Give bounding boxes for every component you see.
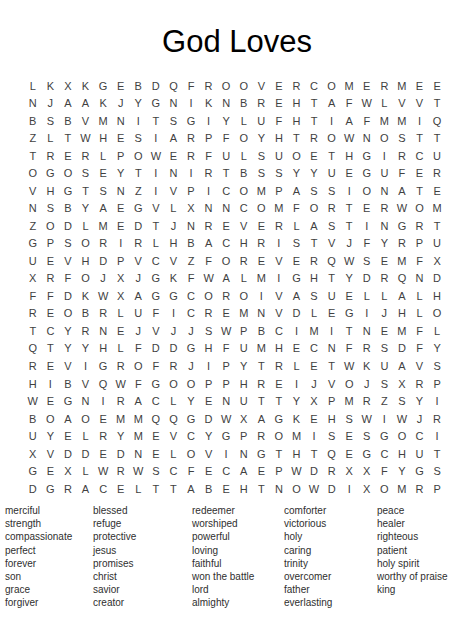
grid-cell: Y bbox=[200, 427, 218, 445]
grid-cell: I bbox=[323, 322, 341, 340]
grid-cell: G bbox=[94, 357, 112, 375]
word-list-item: faithful bbox=[192, 557, 254, 570]
grid-cell: E bbox=[94, 410, 112, 428]
word-list-item: redeemer bbox=[192, 504, 254, 517]
grid-cell: W bbox=[288, 462, 306, 480]
grid-cell: D bbox=[305, 462, 323, 480]
grid-cell: O bbox=[376, 480, 394, 498]
grid-cell: V bbox=[42, 445, 60, 463]
grid-cell: Y bbox=[129, 95, 147, 113]
grid-cell: E bbox=[305, 147, 323, 165]
grid-cell: O bbox=[42, 410, 60, 428]
grid-cell: T bbox=[411, 130, 429, 148]
grid-cell: B bbox=[129, 77, 147, 95]
grid-cell: Y bbox=[376, 235, 394, 253]
grid-cell: X bbox=[358, 480, 376, 498]
grid-cell: D bbox=[428, 270, 446, 288]
grid-cell: H bbox=[288, 112, 306, 130]
grid-cell: G bbox=[42, 480, 60, 498]
grid-cell: M bbox=[340, 77, 358, 95]
grid-cell: G bbox=[24, 235, 42, 253]
grid-cell: R bbox=[305, 130, 323, 148]
grid-cell: S bbox=[253, 165, 271, 183]
word-list-item: strength bbox=[5, 517, 72, 530]
grid-cell: P bbox=[428, 375, 446, 393]
grid-cell: W bbox=[217, 322, 235, 340]
grid-cell: O bbox=[200, 287, 218, 305]
grid-cell: L bbox=[235, 270, 253, 288]
grid-cell: L bbox=[94, 147, 112, 165]
grid-cell: C bbox=[305, 77, 323, 95]
grid-cell: A bbox=[77, 480, 95, 498]
grid-cell: M bbox=[94, 112, 112, 130]
grid-cell: L bbox=[288, 217, 306, 235]
grid-cell: W bbox=[358, 95, 376, 113]
grid-cell: E bbox=[376, 252, 394, 270]
word-list-item: christ bbox=[93, 570, 136, 583]
grid-cell: I bbox=[376, 410, 394, 428]
grid-cell: R bbox=[112, 462, 130, 480]
grid-cell: E bbox=[165, 147, 183, 165]
grid-cell: D bbox=[129, 217, 147, 235]
grid-cell: H bbox=[393, 305, 411, 323]
grid-cell: Y bbox=[253, 130, 271, 148]
grid-cell: T bbox=[323, 270, 341, 288]
grid-cell: G bbox=[340, 305, 358, 323]
grid-cell: C bbox=[94, 480, 112, 498]
grid-cell: J bbox=[411, 410, 429, 428]
grid-cell: N bbox=[129, 445, 147, 463]
grid-cell: V bbox=[411, 95, 429, 113]
grid-cell: B bbox=[24, 410, 42, 428]
grid-cell: H bbox=[165, 235, 183, 253]
grid-cell: V bbox=[147, 200, 165, 218]
grid-cell: N bbox=[165, 165, 183, 183]
word-list-item: protective bbox=[93, 530, 136, 543]
grid-cell: L bbox=[112, 305, 130, 323]
grid-cell: V bbox=[165, 427, 183, 445]
grid-cell: L bbox=[235, 147, 253, 165]
grid-cell: S bbox=[305, 182, 323, 200]
grid-cell: W bbox=[94, 462, 112, 480]
grid-cell: E bbox=[270, 77, 288, 95]
grid-cell: O bbox=[288, 147, 306, 165]
grid-cell: V bbox=[165, 182, 183, 200]
grid-cell: S bbox=[94, 182, 112, 200]
grid-cell: L bbox=[42, 130, 60, 148]
grid-cell: C bbox=[270, 322, 288, 340]
grid-cell: B bbox=[59, 375, 77, 393]
grid-cell: C bbox=[411, 427, 429, 445]
grid-cell: E bbox=[112, 217, 130, 235]
grid-cell: H bbox=[323, 410, 341, 428]
grid-cell: E bbox=[428, 182, 446, 200]
grid-cell: I bbox=[77, 357, 95, 375]
grid-cell: T bbox=[129, 165, 147, 183]
grid-cell: E bbox=[94, 445, 112, 463]
grid-cell: N bbox=[217, 392, 235, 410]
grid-cell: Q bbox=[24, 340, 42, 358]
grid-cell: K bbox=[288, 410, 306, 428]
word-list-item: comforter bbox=[284, 504, 332, 517]
grid-cell: G bbox=[182, 410, 200, 428]
grid-cell: X bbox=[305, 392, 323, 410]
word-list-item: loving bbox=[192, 544, 254, 557]
grid-cell: G bbox=[358, 147, 376, 165]
grid-cell: F bbox=[200, 252, 218, 270]
word-search-puzzle-page: God Loves LKXKGEBDQFROOVERCOMERMEENJAAKJ… bbox=[0, 0, 474, 629]
grid-cell: T bbox=[147, 217, 165, 235]
grid-cell: F bbox=[411, 322, 429, 340]
grid-cell: E bbox=[288, 340, 306, 358]
grid-cell: I bbox=[323, 112, 341, 130]
grid-cell: Q bbox=[94, 375, 112, 393]
grid-cell: W bbox=[129, 462, 147, 480]
grid-cell: G bbox=[358, 165, 376, 183]
grid-cell: V bbox=[59, 252, 77, 270]
grid-cell: W bbox=[340, 357, 358, 375]
grid-cell: D bbox=[393, 340, 411, 358]
grid-cell: G bbox=[59, 182, 77, 200]
grid-cell: R bbox=[376, 200, 394, 218]
grid-cell: E bbox=[376, 322, 394, 340]
grid-cell: T bbox=[59, 130, 77, 148]
grid-cell: A bbox=[217, 270, 235, 288]
grid-cell: L bbox=[428, 322, 446, 340]
grid-cell: I bbox=[112, 235, 130, 253]
grid-cell: O bbox=[217, 77, 235, 95]
word-list-item: almighty bbox=[192, 596, 254, 609]
grid-cell: T bbox=[147, 112, 165, 130]
grid-cell: J bbox=[182, 322, 200, 340]
grid-cell: Z bbox=[182, 252, 200, 270]
grid-cell: I bbox=[147, 182, 165, 200]
grid-cell: R bbox=[288, 77, 306, 95]
grid-cell: D bbox=[77, 445, 95, 463]
grid-cell: S bbox=[323, 217, 341, 235]
grid-cell: F bbox=[24, 287, 42, 305]
word-list-item: lord bbox=[192, 583, 254, 596]
grid-cell: O bbox=[235, 287, 253, 305]
word-list-item: worthy of praise bbox=[377, 570, 448, 583]
grid-cell: E bbox=[42, 357, 60, 375]
grid-cell: H bbox=[288, 95, 306, 113]
grid-cell: X bbox=[428, 252, 446, 270]
grid-cell: I bbox=[253, 287, 271, 305]
grid-cell: Y bbox=[305, 165, 323, 183]
grid-cell: T bbox=[305, 112, 323, 130]
grid-cell: E bbox=[112, 480, 130, 498]
grid-cell: H bbox=[77, 252, 95, 270]
word-list-item: worshiped bbox=[192, 517, 254, 530]
grid-cell: T bbox=[77, 182, 95, 200]
grid-cell: R bbox=[253, 95, 271, 113]
grid-cell: V bbox=[24, 182, 42, 200]
grid-cell: C bbox=[182, 427, 200, 445]
word-list-item: son bbox=[5, 570, 72, 583]
grid-cell: J bbox=[42, 95, 60, 113]
grid-cell: D bbox=[24, 480, 42, 498]
grid-cell: V bbox=[411, 357, 429, 375]
grid-cell: G bbox=[94, 77, 112, 95]
grid-cell: S bbox=[129, 130, 147, 148]
grid-cell: X bbox=[393, 375, 411, 393]
grid-cell: F bbox=[411, 340, 429, 358]
grid-cell: A bbox=[393, 357, 411, 375]
grid-cell: M bbox=[393, 322, 411, 340]
grid-cell: R bbox=[182, 130, 200, 148]
grid-cell: J bbox=[305, 375, 323, 393]
grid-cell: C bbox=[217, 462, 235, 480]
grid-cell: B bbox=[235, 165, 253, 183]
grid-cell: N bbox=[77, 392, 95, 410]
grid-cell: P bbox=[112, 147, 130, 165]
grid-cell: G bbox=[270, 410, 288, 428]
grid-cell: L bbox=[112, 340, 130, 358]
grid-cell: S bbox=[42, 112, 60, 130]
grid-cell: O bbox=[42, 217, 60, 235]
grid-cell: R bbox=[129, 235, 147, 253]
grid-cell: M bbox=[340, 392, 358, 410]
grid-cell: Y bbox=[59, 340, 77, 358]
grid-cell: O bbox=[77, 270, 95, 288]
grid-cell: H bbox=[235, 375, 253, 393]
grid-cell: B bbox=[77, 305, 95, 323]
grid-cell: W bbox=[94, 287, 112, 305]
grid-cell: G bbox=[165, 287, 183, 305]
word-list-column: blessedrefugeprotectivejesuspromiseschri… bbox=[93, 504, 136, 610]
grid-cell: F bbox=[42, 287, 60, 305]
grid-cell: W bbox=[358, 410, 376, 428]
grid-cell: A bbox=[129, 392, 147, 410]
grid-cell: B bbox=[200, 480, 218, 498]
grid-cell: E bbox=[94, 165, 112, 183]
grid-cell: F bbox=[411, 252, 429, 270]
grid-cell: L bbox=[77, 217, 95, 235]
grid-cell: U bbox=[235, 392, 253, 410]
grid-cell: G bbox=[393, 217, 411, 235]
grid-cell: L bbox=[411, 287, 429, 305]
grid-cell: R bbox=[77, 147, 95, 165]
grid-cell: D bbox=[358, 270, 376, 288]
grid-cell: A bbox=[200, 235, 218, 253]
grid-cell: I bbox=[182, 95, 200, 113]
grid-cell: D bbox=[59, 445, 77, 463]
grid-cell: O bbox=[235, 130, 253, 148]
grid-cell: B bbox=[182, 235, 200, 253]
grid-cell: A bbox=[235, 462, 253, 480]
grid-cell: N bbox=[358, 130, 376, 148]
grid-cell: J bbox=[129, 270, 147, 288]
grid-cell: N bbox=[376, 182, 394, 200]
grid-cell: Y bbox=[340, 270, 358, 288]
grid-cell: T bbox=[253, 357, 271, 375]
grid-cell: R bbox=[376, 77, 394, 95]
grid-cell: L bbox=[77, 462, 95, 480]
grid-cell: H bbox=[200, 340, 218, 358]
grid-cell: V bbox=[253, 77, 271, 95]
grid-cell: S bbox=[358, 252, 376, 270]
grid-cell: P bbox=[270, 182, 288, 200]
grid-cell: Y bbox=[411, 392, 429, 410]
grid-cell: E bbox=[358, 200, 376, 218]
grid-cell: A bbox=[59, 410, 77, 428]
grid-cell: A bbox=[288, 182, 306, 200]
grid-cell: I bbox=[200, 357, 218, 375]
grid-cell: S bbox=[323, 182, 341, 200]
grid-cell: A bbox=[77, 95, 95, 113]
grid-cell: N bbox=[165, 95, 183, 113]
grid-cell: P bbox=[323, 392, 341, 410]
puzzle-title: God Loves bbox=[0, 24, 474, 60]
grid-cell: O bbox=[305, 200, 323, 218]
grid-cell: G bbox=[182, 112, 200, 130]
grid-cell: J bbox=[129, 322, 147, 340]
grid-cell: C bbox=[147, 392, 165, 410]
word-list-item: refuge bbox=[93, 517, 136, 530]
grid-cell: I bbox=[42, 375, 60, 393]
grid-cell: R bbox=[200, 305, 218, 323]
grid-cell: I bbox=[217, 445, 235, 463]
grid-cell: G bbox=[376, 427, 394, 445]
grid-cell: V bbox=[129, 252, 147, 270]
word-list-column: mercifulstrengthcompassionateperfectfore… bbox=[5, 504, 72, 610]
grid-cell: L bbox=[129, 480, 147, 498]
grid-cell: N bbox=[217, 200, 235, 218]
word-list-item: compassionate bbox=[5, 530, 72, 543]
grid-cell: O bbox=[182, 445, 200, 463]
word-list-column: redeemerworshipedpowerfullovingfaithfulw… bbox=[192, 504, 254, 610]
grid-cell: N bbox=[112, 182, 130, 200]
grid-cell: A bbox=[288, 287, 306, 305]
grid-cell: G bbox=[217, 427, 235, 445]
grid-cell: J bbox=[182, 357, 200, 375]
grid-cell: Y bbox=[112, 165, 130, 183]
grid-cell: J bbox=[94, 270, 112, 288]
grid-cell: R bbox=[358, 340, 376, 358]
grid-cell: T bbox=[411, 182, 429, 200]
grid-cell: D bbox=[147, 77, 165, 95]
grid-cell: S bbox=[270, 165, 288, 183]
grid-cell: R bbox=[200, 217, 218, 235]
grid-cell: R bbox=[24, 357, 42, 375]
grid-cell: U bbox=[24, 427, 42, 445]
grid-cell: M bbox=[253, 340, 271, 358]
grid-cell: X bbox=[24, 270, 42, 288]
grid-cell: V bbox=[200, 445, 218, 463]
grid-cell: I bbox=[147, 130, 165, 148]
grid-cell: Y bbox=[59, 322, 77, 340]
grid-cell: E bbox=[305, 357, 323, 375]
grid-cell: O bbox=[77, 235, 95, 253]
grid-cell: Z bbox=[129, 182, 147, 200]
grid-cell: E bbox=[42, 392, 60, 410]
grid-cell: E bbox=[288, 252, 306, 270]
grid-cell: Q bbox=[147, 410, 165, 428]
grid-cell: F bbox=[182, 77, 200, 95]
grid-cell: T bbox=[323, 147, 341, 165]
word-list-item: holy bbox=[284, 530, 332, 543]
grid-cell: O bbox=[428, 305, 446, 323]
grid-cell: G bbox=[42, 165, 60, 183]
grid-cell: I bbox=[165, 305, 183, 323]
grid-cell: O bbox=[217, 252, 235, 270]
grid-cell: R bbox=[253, 375, 271, 393]
grid-cell: O bbox=[165, 375, 183, 393]
grid-cell: E bbox=[112, 130, 130, 148]
grid-cell: R bbox=[94, 427, 112, 445]
grid-cell: U bbox=[376, 165, 394, 183]
grid-cell: S bbox=[288, 235, 306, 253]
grid-cell: Y bbox=[288, 165, 306, 183]
grid-cell: T bbox=[428, 130, 446, 148]
grid-cell: R bbox=[411, 375, 429, 393]
grid-cell: N bbox=[270, 480, 288, 498]
grid-cell: D bbox=[165, 340, 183, 358]
word-list-item: holy spirit bbox=[377, 557, 448, 570]
grid-cell: Y bbox=[235, 357, 253, 375]
grid-cell: R bbox=[112, 357, 130, 375]
grid-cell: H bbox=[270, 340, 288, 358]
grid-cell: E bbox=[411, 77, 429, 95]
grid-cell: O bbox=[182, 375, 200, 393]
grid-cell: O bbox=[235, 182, 253, 200]
grid-cell: I bbox=[288, 375, 306, 393]
grid-cell: G bbox=[147, 270, 165, 288]
grid-cell: E bbox=[112, 322, 130, 340]
grid-cell: G bbox=[129, 200, 147, 218]
grid-cell: X bbox=[59, 77, 77, 95]
grid-cell: F bbox=[376, 462, 394, 480]
grid-cell: I bbox=[428, 427, 446, 445]
grid-cell: O bbox=[288, 480, 306, 498]
grid-cell: O bbox=[235, 77, 253, 95]
grid-cell: Y bbox=[393, 462, 411, 480]
grid-cell: E bbox=[340, 287, 358, 305]
grid-cell: M bbox=[129, 410, 147, 428]
word-list-item: king bbox=[377, 583, 448, 596]
grid-cell: X bbox=[182, 200, 200, 218]
grid-cell: G bbox=[59, 392, 77, 410]
word-list-item: grace bbox=[5, 583, 72, 596]
grid-cell: A bbox=[59, 95, 77, 113]
word-list-column: peacehealerrighteouspatientholy spiritwo… bbox=[377, 504, 448, 596]
grid-cell: T bbox=[270, 392, 288, 410]
grid-cell: V bbox=[270, 287, 288, 305]
grid-cell: P bbox=[217, 357, 235, 375]
grid-cell: M bbox=[94, 217, 112, 235]
grid-cell: P bbox=[411, 235, 429, 253]
grid-cell: K bbox=[42, 77, 60, 95]
grid-cell: Z bbox=[24, 130, 42, 148]
grid-cell: M bbox=[112, 410, 130, 428]
grid-cell: P bbox=[217, 375, 235, 393]
grid-cell: G bbox=[147, 287, 165, 305]
grid-cell: L bbox=[376, 287, 394, 305]
grid-cell: Q bbox=[165, 410, 183, 428]
grid-cell: R bbox=[270, 217, 288, 235]
word-list-item: caring bbox=[284, 544, 332, 557]
grid-cell: N bbox=[112, 112, 130, 130]
grid-cell: S bbox=[428, 357, 446, 375]
grid-cell: E bbox=[147, 445, 165, 463]
grid-cell: S bbox=[253, 147, 271, 165]
grid-cell: X bbox=[112, 287, 130, 305]
grid-cell: C bbox=[42, 322, 60, 340]
grid-cell: D bbox=[323, 480, 341, 498]
grid-cell: H bbox=[24, 375, 42, 393]
grid-cell: Y bbox=[428, 340, 446, 358]
